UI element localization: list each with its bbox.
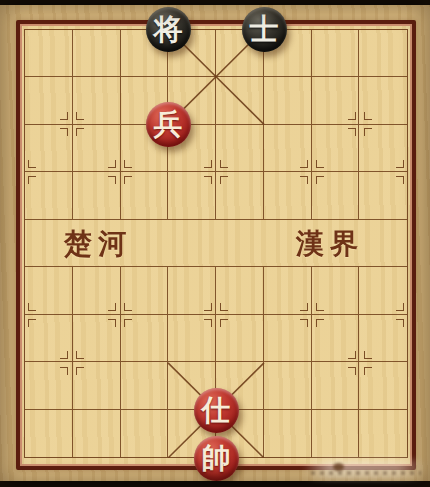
letterbox-top [0,0,430,5]
pieces-layer: 将士兵仕帥 [24,29,408,458]
watermark-smear [303,460,425,479]
black-advisor[interactable]: 士 [242,7,287,52]
red-soldier[interactable]: 兵 [146,102,191,147]
xiangqi-app-screenshot: 楚河 漢界 将士兵仕帥 [0,0,430,487]
blurred-watermark [303,460,425,479]
red-advisor[interactable]: 仕 [194,388,239,433]
black-general[interactable]: 将 [146,7,191,52]
red-general[interactable]: 帥 [194,436,239,481]
letterbox-bottom [0,481,430,487]
watermark-dot [333,463,344,471]
xiangqi-board[interactable]: 楚河 漢界 将士兵仕帥 [24,29,408,458]
watermark-dashes [311,471,421,475]
